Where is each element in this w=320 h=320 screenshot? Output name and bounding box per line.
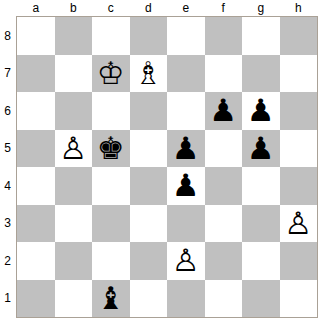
square-d2[interactable] <box>130 242 168 280</box>
square-d8[interactable] <box>130 17 168 55</box>
rank-labels: 87654321 <box>0 17 15 317</box>
piece-black-king-c5: ♚ <box>97 133 125 164</box>
square-e5[interactable]: ♟ <box>167 130 205 168</box>
piece-black-pawn-e5: ♟ <box>172 133 200 164</box>
piece-black-pawn-e4: ♟ <box>172 170 200 201</box>
file-labels: abcdefgh <box>17 0 317 16</box>
square-c4[interactable] <box>92 167 130 205</box>
square-c3[interactable] <box>92 205 130 243</box>
file-label-e: e <box>167 0 205 16</box>
piece-black-pawn-f6: ♟ <box>209 95 237 126</box>
square-a5[interactable] <box>17 130 55 168</box>
square-d3[interactable] <box>130 205 168 243</box>
square-c7[interactable]: ♔ <box>92 55 130 93</box>
square-f5[interactable] <box>205 130 243 168</box>
square-d1[interactable] <box>130 280 168 318</box>
square-b4[interactable] <box>55 167 93 205</box>
square-f7[interactable] <box>205 55 243 93</box>
square-c1[interactable]: ♝ <box>92 280 130 318</box>
square-b5[interactable]: ♙ <box>55 130 93 168</box>
square-e6[interactable] <box>167 92 205 130</box>
piece-black-pawn-g6: ♟ <box>247 95 275 126</box>
rank-label-3: 3 <box>0 205 15 243</box>
piece-white-king-c7: ♔ <box>97 58 125 89</box>
piece-black-pawn-g5: ♟ <box>247 133 275 164</box>
square-f6[interactable]: ♟ <box>205 92 243 130</box>
file-label-a: a <box>17 0 55 16</box>
square-c6[interactable] <box>92 92 130 130</box>
chess-diagram: abcdefgh 87654321 ♔♗♟♟♙♚♟♟♟♙♙♝ <box>0 0 320 320</box>
square-e2[interactable]: ♙ <box>167 242 205 280</box>
file-label-c: c <box>92 0 130 16</box>
square-h1[interactable] <box>280 280 318 318</box>
square-c8[interactable] <box>92 17 130 55</box>
file-label-h: h <box>280 0 318 16</box>
file-label-b: b <box>55 0 93 16</box>
square-f8[interactable] <box>205 17 243 55</box>
square-a7[interactable] <box>17 55 55 93</box>
rank-label-6: 6 <box>0 92 15 130</box>
square-g6[interactable]: ♟ <box>242 92 280 130</box>
square-b8[interactable] <box>55 17 93 55</box>
square-a4[interactable] <box>17 167 55 205</box>
square-f2[interactable] <box>205 242 243 280</box>
square-f3[interactable] <box>205 205 243 243</box>
square-f4[interactable] <box>205 167 243 205</box>
square-b3[interactable] <box>55 205 93 243</box>
rank-label-5: 5 <box>0 130 15 168</box>
square-e7[interactable] <box>167 55 205 93</box>
square-g1[interactable] <box>242 280 280 318</box>
square-d6[interactable] <box>130 92 168 130</box>
square-b2[interactable] <box>55 242 93 280</box>
square-h8[interactable] <box>280 17 318 55</box>
square-h6[interactable] <box>280 92 318 130</box>
square-h3[interactable]: ♙ <box>280 205 318 243</box>
rank-label-7: 7 <box>0 55 15 93</box>
rank-label-4: 4 <box>0 167 15 205</box>
rank-label-1: 1 <box>0 280 15 318</box>
file-label-d: d <box>130 0 168 16</box>
file-label-f: f <box>205 0 243 16</box>
square-e3[interactable] <box>167 205 205 243</box>
square-g7[interactable] <box>242 55 280 93</box>
square-h5[interactable] <box>280 130 318 168</box>
rank-label-8: 8 <box>0 17 15 55</box>
rank-label-2: 2 <box>0 242 15 280</box>
square-e8[interactable] <box>167 17 205 55</box>
square-a6[interactable] <box>17 92 55 130</box>
square-c5[interactable]: ♚ <box>92 130 130 168</box>
square-d5[interactable] <box>130 130 168 168</box>
square-g5[interactable]: ♟ <box>242 130 280 168</box>
square-g8[interactable] <box>242 17 280 55</box>
square-b1[interactable] <box>55 280 93 318</box>
square-a3[interactable] <box>17 205 55 243</box>
piece-white-pawn-b5: ♙ <box>59 133 87 164</box>
square-a2[interactable] <box>17 242 55 280</box>
square-b6[interactable] <box>55 92 93 130</box>
square-c2[interactable] <box>92 242 130 280</box>
square-h4[interactable] <box>280 167 318 205</box>
square-a8[interactable] <box>17 17 55 55</box>
piece-white-pawn-h3: ♙ <box>284 208 312 239</box>
square-d4[interactable] <box>130 167 168 205</box>
piece-white-pawn-e2: ♙ <box>172 245 200 276</box>
chess-board: ♔♗♟♟♙♚♟♟♟♙♙♝ <box>16 16 318 318</box>
file-label-g: g <box>242 0 280 16</box>
square-f1[interactable] <box>205 280 243 318</box>
square-e1[interactable] <box>167 280 205 318</box>
square-g3[interactable] <box>242 205 280 243</box>
square-g4[interactable] <box>242 167 280 205</box>
piece-white-bishop-d7: ♗ <box>134 58 162 89</box>
square-d7[interactable]: ♗ <box>130 55 168 93</box>
square-h7[interactable] <box>280 55 318 93</box>
piece-black-bishop-c1: ♝ <box>97 283 125 314</box>
square-e4[interactable]: ♟ <box>167 167 205 205</box>
square-h2[interactable] <box>280 242 318 280</box>
square-b7[interactable] <box>55 55 93 93</box>
square-a1[interactable] <box>17 280 55 318</box>
square-g2[interactable] <box>242 242 280 280</box>
